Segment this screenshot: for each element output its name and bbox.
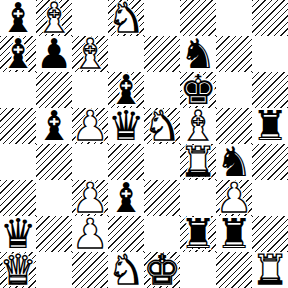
square-a4[interactable] [0,144,36,180]
square-f4[interactable]: ♜ [180,144,216,180]
white-knight-e5[interactable]: ♞ [144,106,181,147]
square-b7[interactable]: ♟ [36,36,72,72]
square-g6[interactable] [216,72,252,108]
white-rook-f4[interactable]: ♜ [180,142,217,183]
square-b5[interactable]: ♝ [36,108,72,144]
black-bishop-a7[interactable]: ♝ [0,34,36,75]
chess-board: ♝♝♞♝♟♝♞♝♚♝♟♛♞♝♜♜♞♟♝♟♛♟♜♜♛♞♚♜ [0,0,288,288]
white-king-e1[interactable]: ♚ [144,250,181,288]
square-c7[interactable]: ♝ [72,36,108,72]
black-rook-g2[interactable]: ♜ [216,214,253,255]
black-pawn-b7[interactable]: ♟ [36,34,73,75]
white-knight-d1[interactable]: ♞ [108,250,145,288]
square-f1[interactable] [180,252,216,288]
square-g1[interactable] [216,252,252,288]
square-e1[interactable]: ♚ [144,252,180,288]
square-h3[interactable] [252,180,288,216]
square-c1[interactable] [72,252,108,288]
black-rook-f2[interactable]: ♜ [180,214,217,255]
square-g7[interactable] [216,36,252,72]
white-pawn-c2[interactable]: ♟ [72,214,109,255]
square-b1[interactable] [36,252,72,288]
white-bishop-c7[interactable]: ♝ [72,34,109,75]
square-d5[interactable]: ♛ [108,108,144,144]
square-h4[interactable] [252,144,288,180]
square-e8[interactable] [144,0,180,36]
white-knight-d8[interactable]: ♞ [108,0,145,39]
square-d1[interactable]: ♞ [108,252,144,288]
square-c2[interactable]: ♟ [72,216,108,252]
square-a1[interactable]: ♛ [0,252,36,288]
square-e3[interactable] [144,180,180,216]
square-b2[interactable] [36,216,72,252]
square-e4[interactable] [144,144,180,180]
square-a7[interactable]: ♝ [0,36,36,72]
square-b4[interactable] [36,144,72,180]
white-queen-a1[interactable]: ♛ [0,250,36,288]
square-d3[interactable]: ♝ [108,180,144,216]
square-a6[interactable] [0,72,36,108]
white-rook-h1[interactable]: ♜ [252,250,288,288]
square-e7[interactable] [144,36,180,72]
black-bishop-d3[interactable]: ♝ [108,178,145,219]
square-c5[interactable]: ♟ [72,108,108,144]
square-h1[interactable]: ♜ [252,252,288,288]
square-e5[interactable]: ♞ [144,108,180,144]
square-g2[interactable]: ♜ [216,216,252,252]
square-b3[interactable] [36,180,72,216]
square-h5[interactable]: ♜ [252,108,288,144]
square-h7[interactable] [252,36,288,72]
square-f2[interactable]: ♜ [180,216,216,252]
square-a5[interactable] [0,108,36,144]
square-g8[interactable] [216,0,252,36]
black-bishop-b5[interactable]: ♝ [36,106,73,147]
square-h8[interactable] [252,0,288,36]
square-d8[interactable]: ♞ [108,0,144,36]
black-queen-d5[interactable]: ♛ [108,106,145,147]
white-pawn-c5[interactable]: ♟ [72,106,109,147]
black-rook-h5[interactable]: ♜ [252,106,288,147]
